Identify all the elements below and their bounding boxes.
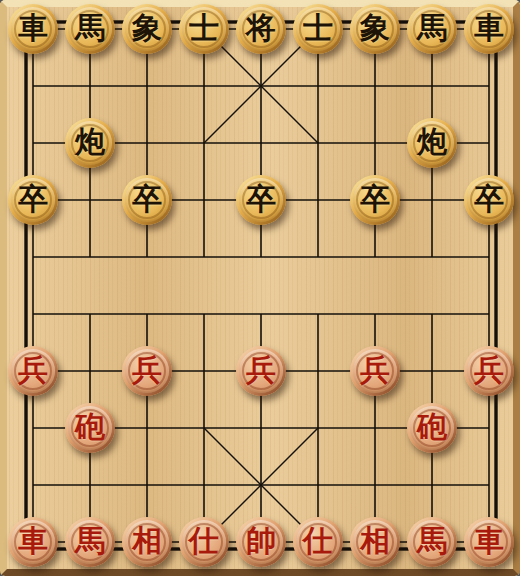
board-point-r1c6[interactable] [347,58,404,115]
board-point-r8c2[interactable] [119,457,176,514]
board-point-r9c5[interactable]: 仕 [290,514,347,571]
board-point-r5c6[interactable] [347,286,404,343]
piece-black-elephant[interactable]: 象 [122,4,172,54]
piece-glyph: 馬 [75,526,105,556]
piece-glyph: 炮 [75,127,105,157]
board-point-r0c0[interactable]: 車 [5,1,62,58]
xiangqi-board: 車馬象士将士象馬車炮炮卒卒卒卒卒兵兵兵兵兵砲砲車馬相仕帥仕相馬車 [0,0,520,576]
board-point-r5c5[interactable] [290,286,347,343]
board-point-r3c5[interactable] [290,172,347,229]
piece-glyph: 馬 [75,13,105,43]
board-point-r0c7[interactable]: 馬 [404,1,461,58]
board-point-r7c2[interactable] [119,400,176,457]
piece-black-advisor[interactable]: 士 [179,4,229,54]
piece-black-soldier[interactable]: 卒 [350,175,400,225]
piece-red-soldier[interactable]: 兵 [236,346,286,396]
piece-glyph: 仕 [189,526,219,556]
piece-red-horse[interactable]: 馬 [407,517,457,567]
piece-red-general[interactable]: 帥 [236,517,286,567]
board-point-r2c4[interactable] [233,115,290,172]
piece-black-elephant[interactable]: 象 [350,4,400,54]
piece-glyph: 相 [132,526,162,556]
board-point-r7c3[interactable] [176,400,233,457]
board-point-r9c4[interactable]: 帥 [233,514,290,571]
board-point-r3c7[interactable] [404,172,461,229]
piece-glyph: 砲 [417,412,447,442]
board-point-r3c4[interactable]: 卒 [233,172,290,229]
board-point-r5c7[interactable] [404,286,461,343]
piece-glyph: 帥 [246,526,276,556]
piece-black-chariot[interactable]: 車 [464,4,514,54]
piece-black-horse[interactable]: 馬 [407,4,457,54]
board-point-r0c4[interactable]: 将 [233,1,290,58]
piece-black-soldier[interactable]: 卒 [122,175,172,225]
piece-glyph: 兵 [246,355,276,385]
piece-red-cannon[interactable]: 砲 [407,403,457,453]
piece-glyph: 士 [189,13,219,43]
board-point-r0c2[interactable]: 象 [119,1,176,58]
board-point-r1c7[interactable] [404,58,461,115]
board-point-r7c5[interactable] [290,400,347,457]
piece-red-soldier[interactable]: 兵 [122,346,172,396]
piece-black-horse[interactable]: 馬 [65,4,115,54]
board-point-r6c6[interactable]: 兵 [347,343,404,400]
board-point-r8c3[interactable] [176,457,233,514]
board-point-r5c3[interactable] [176,286,233,343]
board-point-r0c5[interactable]: 士 [290,1,347,58]
board-point-r4c7[interactable] [404,229,461,286]
board-point-r3c8[interactable]: 卒 [461,172,518,229]
board-point-r3c6[interactable]: 卒 [347,172,404,229]
board-point-r8c7[interactable] [404,457,461,514]
board-point-r7c0[interactable] [5,400,62,457]
piece-red-chariot[interactable]: 車 [464,517,514,567]
board-point-r6c1[interactable] [62,343,119,400]
piece-black-advisor[interactable]: 士 [293,4,343,54]
board-point-r9c3[interactable]: 仕 [176,514,233,571]
board-point-r4c3[interactable] [176,229,233,286]
board-point-r5c1[interactable] [62,286,119,343]
piece-glyph: 兵 [18,355,48,385]
piece-glyph: 卒 [18,184,48,214]
board-point-r2c5[interactable] [290,115,347,172]
piece-black-cannon[interactable]: 炮 [65,118,115,168]
board-point-r6c4[interactable]: 兵 [233,343,290,400]
board-point-r8c4[interactable] [233,457,290,514]
board-point-r1c4[interactable] [233,58,290,115]
board-point-r7c4[interactable] [233,400,290,457]
board-point-r7c6[interactable] [347,400,404,457]
piece-glyph: 卒 [474,184,504,214]
board-point-r5c0[interactable] [5,286,62,343]
board-point-r0c1[interactable]: 馬 [62,1,119,58]
board-point-r8c8[interactable] [461,457,518,514]
board-point-r7c1[interactable]: 砲 [62,400,119,457]
board-point-r6c0[interactable]: 兵 [5,343,62,400]
board-point-r1c5[interactable] [290,58,347,115]
board-point-r2c1[interactable]: 炮 [62,115,119,172]
board-point-r8c0[interactable] [5,457,62,514]
piece-glyph: 象 [132,13,162,43]
board-point-r9c2[interactable]: 相 [119,514,176,571]
piece-glyph: 卒 [132,184,162,214]
piece-black-general[interactable]: 将 [236,4,286,54]
piece-glyph: 兵 [132,355,162,385]
board-point-r5c8[interactable] [461,286,518,343]
piece-glyph: 将 [246,13,276,43]
board-point-r6c8[interactable]: 兵 [461,343,518,400]
board-point-r4c2[interactable] [119,229,176,286]
board-point-r8c1[interactable] [62,457,119,514]
piece-black-chariot[interactable]: 車 [8,4,58,54]
piece-red-cannon[interactable]: 砲 [65,403,115,453]
board-point-r2c0[interactable] [5,115,62,172]
board-point-r6c2[interactable]: 兵 [119,343,176,400]
board-point-r9c0[interactable]: 車 [5,514,62,571]
piece-glyph: 車 [18,526,48,556]
piece-glyph: 車 [474,13,504,43]
board-point-r2c3[interactable] [176,115,233,172]
board-point-r4c6[interactable] [347,229,404,286]
board-point-r1c0[interactable] [5,58,62,115]
piece-black-soldier[interactable]: 卒 [236,175,286,225]
piece-glyph: 車 [474,526,504,556]
board-point-r6c5[interactable] [290,343,347,400]
board-point-r0c8[interactable]: 車 [461,1,518,58]
piece-glyph: 象 [360,13,390,43]
board-point-r7c7[interactable]: 砲 [404,400,461,457]
board-point-r1c3[interactable] [176,58,233,115]
board-point-r6c7[interactable] [404,343,461,400]
piece-red-advisor[interactable]: 仕 [179,517,229,567]
piece-glyph: 相 [360,526,390,556]
piece-glyph: 車 [18,13,48,43]
piece-glyph: 仕 [303,526,333,556]
piece-glyph: 馬 [417,13,447,43]
board-point-r9c6[interactable]: 相 [347,514,404,571]
piece-red-horse[interactable]: 馬 [65,517,115,567]
board-point-r2c2[interactable] [119,115,176,172]
piece-red-elephant[interactable]: 相 [350,517,400,567]
board-point-r6c3[interactable] [176,343,233,400]
board-point-r5c4[interactable] [233,286,290,343]
board-point-r4c5[interactable] [290,229,347,286]
piece-glyph: 砲 [75,412,105,442]
piece-glyph: 馬 [417,526,447,556]
piece-black-soldier[interactable]: 卒 [464,175,514,225]
board-point-r3c1[interactable] [62,172,119,229]
piece-glyph: 炮 [417,127,447,157]
board-point-r4c0[interactable] [5,229,62,286]
board-point-r3c3[interactable] [176,172,233,229]
piece-glyph: 士 [303,13,333,43]
board-point-r4c8[interactable] [461,229,518,286]
board-point-r0c6[interactable]: 象 [347,1,404,58]
piece-red-soldier[interactable]: 兵 [350,346,400,396]
board-point-r4c4[interactable] [233,229,290,286]
board-point-r2c6[interactable] [347,115,404,172]
board-point-r2c7[interactable]: 炮 [404,115,461,172]
board-point-r4c1[interactable] [62,229,119,286]
board-point-r5c2[interactable] [119,286,176,343]
board-point-r9c8[interactable]: 車 [461,514,518,571]
board-point-r1c2[interactable] [119,58,176,115]
board-point-r1c8[interactable] [461,58,518,115]
board-point-r8c6[interactable] [347,457,404,514]
piece-red-soldier[interactable]: 兵 [464,346,514,396]
board-point-r9c7[interactable]: 馬 [404,514,461,571]
board-point-r7c8[interactable] [461,400,518,457]
piece-glyph: 兵 [474,355,504,385]
piece-glyph: 卒 [360,184,390,214]
board-point-r2c8[interactable] [461,115,518,172]
piece-glyph: 兵 [360,355,390,385]
piece-glyph: 卒 [246,184,276,214]
board-point-r1c1[interactable] [62,58,119,115]
piece-black-soldier[interactable]: 卒 [8,175,58,225]
piece-black-cannon[interactable]: 炮 [407,118,457,168]
piece-red-elephant[interactable]: 相 [122,517,172,567]
board-point-r3c2[interactable]: 卒 [119,172,176,229]
board-point-r8c5[interactable] [290,457,347,514]
board-grid: 車馬象士将士象馬車炮炮卒卒卒卒卒兵兵兵兵兵砲砲車馬相仕帥仕相馬車 [5,1,518,571]
piece-red-advisor[interactable]: 仕 [293,517,343,567]
board-point-r3c0[interactable]: 卒 [5,172,62,229]
piece-red-soldier[interactable]: 兵 [8,346,58,396]
board-point-r0c3[interactable]: 士 [176,1,233,58]
piece-red-chariot[interactable]: 車 [8,517,58,567]
board-point-r9c1[interactable]: 馬 [62,514,119,571]
